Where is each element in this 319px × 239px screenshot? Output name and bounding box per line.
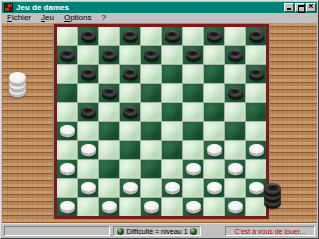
square-r4c4[interactable] — [120, 84, 140, 102]
black-piece[interactable] — [207, 30, 222, 40]
menu-item-options[interactable]: Options — [59, 13, 97, 23]
white-piece[interactable] — [186, 201, 201, 211]
square-r8c2[interactable] — [78, 160, 98, 178]
square-r5c4[interactable] — [120, 103, 140, 121]
minimize-button[interactable] — [284, 3, 294, 12]
status-bar: Difficulté = niveau 1 C'est à vous de jo… — [2, 223, 317, 237]
square-r6c5[interactable] — [141, 122, 161, 140]
black-piece[interactable] — [123, 106, 138, 116]
difficulty-label: Difficulté = niveau 1 — [126, 228, 187, 235]
white-piece[interactable] — [165, 182, 180, 192]
square-r7c5[interactable] — [141, 141, 161, 159]
square-r7c1[interactable] — [57, 141, 77, 159]
square-r3c10[interactable] — [246, 65, 266, 83]
square-r3c9[interactable] — [225, 65, 245, 83]
square-r6c2[interactable] — [78, 122, 98, 140]
square-r10c2[interactable] — [78, 198, 98, 216]
black-piece[interactable] — [123, 68, 138, 78]
square-r5c6[interactable] — [162, 103, 182, 121]
square-r5c9[interactable] — [225, 103, 245, 121]
square-r9c3[interactable] — [99, 179, 119, 197]
menu-item-fichier[interactable]: Fichier — [2, 13, 36, 23]
square-r4c7[interactable] — [183, 84, 203, 102]
square-r6c6[interactable] — [162, 122, 182, 140]
square-r3c2[interactable] — [78, 65, 98, 83]
window-title: Jeu de dames — [16, 2, 283, 13]
square-r1c2[interactable] — [78, 27, 98, 45]
square-r4c10[interactable] — [246, 84, 266, 102]
piece-orb-icon — [190, 228, 197, 235]
white-piece[interactable] — [81, 182, 96, 192]
square-r7c4[interactable] — [120, 141, 140, 159]
white-piece[interactable] — [249, 144, 264, 154]
white-piece[interactable] — [249, 182, 264, 192]
black-piece[interactable] — [186, 49, 201, 59]
square-r8c10[interactable] — [246, 160, 266, 178]
square-r1c6[interactable] — [162, 27, 182, 45]
square-r6c1[interactable] — [57, 122, 77, 140]
black-piece[interactable] — [249, 30, 264, 40]
square-r9c6[interactable] — [162, 179, 182, 197]
square-r4c2[interactable] — [78, 84, 98, 102]
square-r7c7[interactable] — [183, 141, 203, 159]
square-r4c5[interactable] — [141, 84, 161, 102]
square-r4c1[interactable] — [57, 84, 77, 102]
square-r3c7[interactable] — [183, 65, 203, 83]
square-r9c4[interactable] — [120, 179, 140, 197]
menu-bar: FichierJeuOptions? — [2, 13, 317, 23]
square-r10c1[interactable] — [57, 198, 77, 216]
square-r1c7[interactable] — [183, 27, 203, 45]
black-piece[interactable] — [102, 49, 117, 59]
square-r9c1[interactable] — [57, 179, 77, 197]
captured-white-stack — [8, 67, 28, 97]
square-r10c7[interactable] — [183, 198, 203, 216]
app-icon — [4, 3, 13, 12]
square-r8c6[interactable] — [162, 160, 182, 178]
square-r7c3[interactable] — [99, 141, 119, 159]
square-r6c10[interactable] — [246, 122, 266, 140]
white-piece[interactable] — [60, 125, 75, 135]
square-r2c9[interactable] — [225, 46, 245, 64]
title-bar: Jeu de dames — [2, 2, 317, 13]
menu-item-jeu[interactable]: Jeu — [36, 13, 59, 23]
square-r8c1[interactable] — [57, 160, 77, 178]
white-piece[interactable] — [228, 201, 243, 211]
square-r3c6[interactable] — [162, 65, 182, 83]
square-r1c1[interactable] — [57, 27, 77, 45]
black-piece[interactable] — [144, 49, 159, 59]
square-r1c10[interactable] — [246, 27, 266, 45]
close-button[interactable] — [306, 3, 316, 12]
square-r5c10[interactable] — [246, 103, 266, 121]
status-panel-turn: C'est à vous de jouer... — [225, 226, 315, 236]
maximize-button[interactable] — [295, 3, 305, 12]
black-piece[interactable] — [165, 30, 180, 40]
square-r3c5[interactable] — [141, 65, 161, 83]
square-r9c2[interactable] — [78, 179, 98, 197]
square-r9c5[interactable] — [141, 179, 161, 197]
square-r2c6[interactable] — [162, 46, 182, 64]
square-r2c8[interactable] — [204, 46, 224, 64]
square-r10c6[interactable] — [162, 198, 182, 216]
square-r5c7[interactable] — [183, 103, 203, 121]
captured-black-stack — [263, 178, 283, 208]
square-r5c2[interactable] — [78, 103, 98, 121]
white-piece[interactable] — [102, 201, 117, 211]
white-piece[interactable] — [60, 163, 75, 173]
white-piece[interactable] — [228, 163, 243, 173]
square-r5c3[interactable] — [99, 103, 119, 121]
square-r3c1[interactable] — [57, 65, 77, 83]
square-r10c4[interactable] — [120, 198, 140, 216]
white-piece[interactable] — [207, 144, 222, 154]
square-r2c4[interactable] — [120, 46, 140, 64]
square-r6c3[interactable] — [99, 122, 119, 140]
board — [54, 24, 269, 219]
square-r3c3[interactable] — [99, 65, 119, 83]
square-r8c5[interactable] — [141, 160, 161, 178]
square-r6c4[interactable] — [120, 122, 140, 140]
turn-message: C'est à vous de jouer... — [235, 228, 306, 235]
square-r6c7[interactable] — [183, 122, 203, 140]
square-r1c9[interactable] — [225, 27, 245, 45]
square-r7c2[interactable] — [78, 141, 98, 159]
square-r7c10[interactable] — [246, 141, 266, 159]
white-piece[interactable] — [123, 182, 138, 192]
square-r2c10[interactable] — [246, 46, 266, 64]
square-r1c3[interactable] — [99, 27, 119, 45]
status-panel-empty — [4, 226, 110, 236]
black-piece[interactable] — [228, 49, 243, 59]
black-piece[interactable] — [102, 87, 117, 97]
square-r3c4[interactable] — [120, 65, 140, 83]
menu-item-?[interactable]: ? — [97, 13, 111, 23]
square-r5c8[interactable] — [204, 103, 224, 121]
captured-white-piece — [9, 72, 26, 83]
piece-orb-icon — [117, 228, 124, 235]
black-piece[interactable] — [81, 30, 96, 40]
white-piece[interactable] — [207, 182, 222, 192]
square-r2c3[interactable] — [99, 46, 119, 64]
square-r2c5[interactable] — [141, 46, 161, 64]
square-r6c8[interactable] — [204, 122, 224, 140]
square-r8c3[interactable] — [99, 160, 119, 178]
square-r5c1[interactable] — [57, 103, 77, 121]
square-r4c3[interactable] — [99, 84, 119, 102]
square-r7c8[interactable] — [204, 141, 224, 159]
square-r4c8[interactable] — [204, 84, 224, 102]
white-piece[interactable] — [81, 144, 96, 154]
square-r4c6[interactable] — [162, 84, 182, 102]
square-r1c4[interactable] — [120, 27, 140, 45]
square-r8c8[interactable] — [204, 160, 224, 178]
square-r1c8[interactable] — [204, 27, 224, 45]
square-r9c7[interactable] — [183, 179, 203, 197]
square-r9c9[interactable] — [225, 179, 245, 197]
square-r10c5[interactable] — [141, 198, 161, 216]
captured-black-piece — [264, 183, 281, 194]
square-r10c3[interactable] — [99, 198, 119, 216]
app-window: Jeu de dames FichierJeuOptions? Difficul… — [0, 0, 319, 239]
square-r10c8[interactable] — [204, 198, 224, 216]
square-r7c6[interactable] — [162, 141, 182, 159]
square-r2c1[interactable] — [57, 46, 77, 64]
black-piece[interactable] — [81, 68, 96, 78]
square-r10c9[interactable] — [225, 198, 245, 216]
black-piece[interactable] — [60, 49, 75, 59]
square-r1c5[interactable] — [141, 27, 161, 45]
black-piece[interactable] — [81, 106, 96, 116]
status-panel-difficulty: Difficulté = niveau 1 — [113, 226, 201, 236]
white-piece[interactable] — [144, 201, 159, 211]
square-r5c5[interactable] — [141, 103, 161, 121]
square-r6c9[interactable] — [225, 122, 245, 140]
square-r8c7[interactable] — [183, 160, 203, 178]
black-piece[interactable] — [249, 68, 264, 78]
square-r2c7[interactable] — [183, 46, 203, 64]
square-r7c9[interactable] — [225, 141, 245, 159]
square-r8c9[interactable] — [225, 160, 245, 178]
game-area — [2, 23, 317, 223]
black-piece[interactable] — [123, 30, 138, 40]
square-r8c4[interactable] — [120, 160, 140, 178]
square-r4c9[interactable] — [225, 84, 245, 102]
black-piece[interactable] — [228, 87, 243, 97]
white-piece[interactable] — [186, 163, 201, 173]
square-r9c8[interactable] — [204, 179, 224, 197]
square-r2c2[interactable] — [78, 46, 98, 64]
white-piece[interactable] — [60, 201, 75, 211]
square-r3c8[interactable] — [204, 65, 224, 83]
